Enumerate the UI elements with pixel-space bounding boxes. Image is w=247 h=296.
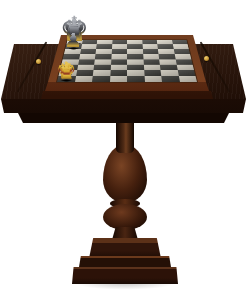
- white-rook-glyph: ♜: [57, 65, 76, 82]
- black-pawn-glyph: ♟: [63, 31, 84, 50]
- chess-table-scene: ♜♞♝♛♚♝♞♜♟♟♟♟♟♟♟♟♟♟♟♟♟♟♟♟♜♞♝♛♚♝♞♜: [0, 0, 247, 296]
- piece-black-pawn-a7: ♟: [63, 31, 84, 50]
- piece-white-rook-a1: ♜: [57, 65, 76, 82]
- pieces-layer: ♜♞♝♛♚♝♞♜♟♟♟♟♟♟♟♟♟♟♟♟♟♟♟♟♜♞♝♛♚♝♞♜: [0, 0, 247, 296]
